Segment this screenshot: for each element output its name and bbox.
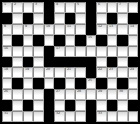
cell-r6c9 (86, 57, 96, 68)
cell-r10c5 (44, 100, 54, 111)
cell-r8c8 (75, 78, 85, 89)
cell-r5c6[interactable]: 17 (54, 46, 64, 57)
cell-r11c3[interactable] (23, 111, 33, 122)
clue-number: 10 (46, 25, 50, 28)
cell-r11c8[interactable] (75, 111, 85, 122)
cell-r6c12[interactable] (117, 57, 127, 68)
cell-r4c13[interactable] (128, 35, 138, 46)
cell-r7c4[interactable] (33, 67, 43, 78)
cell-r3c10[interactable]: 12 (96, 24, 106, 35)
cell-r9c6[interactable]: 27 (54, 89, 64, 100)
cell-r10c4[interactable] (33, 100, 43, 111)
clue-number: 12 (98, 25, 102, 28)
cell-r4c5[interactable] (44, 35, 54, 46)
clue-number: 27 (56, 90, 60, 93)
cell-r2c1 (2, 13, 12, 24)
cell-r3c13[interactable]: 14 (128, 24, 138, 35)
cell-r9c5 (44, 89, 54, 100)
cell-r9c8[interactable]: 28 (75, 89, 85, 100)
cell-r1c13[interactable] (128, 2, 138, 13)
cell-r9c1[interactable]: 26 (2, 89, 12, 100)
cell-r3c4[interactable] (33, 24, 43, 35)
clue-number: 19 (25, 68, 29, 71)
cell-r3c11[interactable]: 13 (107, 24, 117, 35)
cell-r3c6[interactable] (54, 24, 64, 35)
cell-r4c7[interactable] (65, 35, 75, 46)
cell-r10c8[interactable] (75, 100, 85, 111)
crossword-screenshot: 1234567891011121314151617181920212223242… (0, 0, 140, 124)
cell-r10c1 (2, 100, 12, 111)
cell-r7c6[interactable] (54, 67, 64, 78)
cell-r4c11[interactable] (107, 35, 117, 46)
cell-r1c2[interactable]: 2 (12, 2, 22, 13)
cell-r5c5 (44, 46, 54, 57)
cell-r7c8[interactable] (75, 67, 85, 78)
cell-r9c13[interactable] (128, 89, 138, 100)
cell-r9c10[interactable]: 29 (96, 89, 106, 100)
clue-number: 18 (4, 68, 8, 71)
cell-r6c1 (2, 57, 12, 68)
clue-number: 30 (119, 90, 123, 93)
cell-r11c4[interactable] (33, 111, 43, 122)
cell-r10c10[interactable] (96, 100, 106, 111)
cell-r4c9[interactable]: 15 (86, 35, 96, 46)
cell-r9c12[interactable]: 30 (117, 89, 127, 100)
cell-r8c10 (96, 78, 106, 89)
cell-r4c6 (54, 35, 64, 46)
cell-r6c6 (54, 57, 64, 68)
cell-r10c7 (65, 100, 75, 111)
cell-r9c9[interactable] (86, 89, 96, 100)
cell-r6c13 (128, 57, 138, 68)
cell-r10c11 (107, 100, 117, 111)
cell-r5c1[interactable]: 16 (2, 46, 12, 57)
cell-r10c3 (23, 100, 33, 111)
cell-r3c5[interactable]: 10 (44, 24, 54, 35)
cell-r5c2[interactable] (12, 46, 22, 57)
cell-r7c3[interactable]: 19 (23, 67, 33, 78)
cell-r7c13[interactable]: 24 (128, 67, 138, 78)
clue-number: 7 (119, 3, 121, 6)
cell-r8c6 (54, 78, 64, 89)
cell-r2c10[interactable] (96, 13, 106, 24)
cell-r1c11[interactable] (107, 2, 117, 13)
cell-r3c12[interactable] (117, 24, 127, 35)
cell-r11c5 (44, 111, 54, 122)
cell-r7c2[interactable] (12, 67, 22, 78)
cell-r7c9 (86, 67, 96, 78)
cell-r11c2[interactable] (12, 111, 22, 122)
cell-r2c13 (128, 13, 138, 24)
cell-r9c4[interactable] (33, 89, 43, 100)
clue-number: 6 (98, 3, 100, 6)
cell-r5c13[interactable] (128, 46, 138, 57)
cell-r3c3[interactable]: 9 (23, 24, 33, 35)
cell-r10c12[interactable] (117, 100, 127, 111)
cell-r9c2[interactable] (12, 89, 22, 100)
cell-r8c11[interactable] (107, 78, 117, 89)
cell-r11c12[interactable] (117, 111, 127, 122)
clue-number: 16 (4, 47, 8, 50)
cell-r11c6[interactable]: 32 (54, 111, 64, 122)
cell-r7c1[interactable]: 18 (2, 67, 12, 78)
cell-r4c2 (12, 35, 22, 46)
cell-r3c9 (86, 24, 96, 35)
cell-r2c7 (65, 13, 75, 24)
cell-r2c3 (23, 13, 33, 24)
clue-number: 9 (25, 25, 27, 28)
cell-r4c1[interactable] (2, 35, 12, 46)
cell-r10c9 (86, 100, 96, 111)
cell-r8c13[interactable] (128, 78, 138, 89)
cell-r1c1[interactable]: 1 (2, 2, 12, 13)
cell-r11c13[interactable] (128, 111, 138, 122)
clue-number: 4 (56, 3, 58, 6)
cell-r6c5 (44, 57, 54, 68)
cell-r8c7[interactable] (65, 78, 75, 89)
clue-number: 17 (56, 47, 60, 50)
cell-r11c7[interactable] (65, 111, 75, 122)
cell-r10c13 (128, 100, 138, 111)
cell-r8c3[interactable] (23, 78, 33, 89)
cell-r11c11[interactable] (107, 111, 117, 122)
cell-r3c1[interactable]: 8 (2, 24, 12, 35)
cell-r8c1[interactable] (2, 78, 12, 89)
cell-r9c7[interactable] (65, 89, 75, 100)
cell-r5c8[interactable] (75, 46, 85, 57)
cell-r8c5[interactable] (44, 78, 54, 89)
cell-r6c10[interactable] (96, 57, 106, 68)
cell-r8c9[interactable]: 25 (86, 78, 96, 89)
cell-r6c3 (23, 57, 33, 68)
cell-r1c3[interactable] (23, 2, 33, 13)
cell-r7c5[interactable]: 20 (44, 67, 54, 78)
cell-r1c4[interactable]: 3 (33, 2, 43, 13)
clue-number: 26 (4, 90, 8, 93)
cell-r1c8[interactable]: 5 (75, 2, 85, 13)
cell-r3c2[interactable] (12, 24, 22, 35)
clue-number: 2 (14, 3, 16, 6)
clue-number: 25 (88, 79, 92, 82)
cell-r1c6[interactable]: 4 (54, 2, 64, 13)
cell-r10c6[interactable] (54, 100, 64, 111)
cell-r6c7 (65, 57, 75, 68)
cell-r7c11[interactable]: 23 (107, 67, 117, 78)
cell-r1c7[interactable] (65, 2, 75, 13)
clue-number: 1 (4, 3, 6, 6)
clue-number: 3 (35, 3, 37, 6)
cell-r11c9 (86, 111, 96, 122)
cell-r9c11[interactable] (107, 89, 117, 100)
clue-number: 15 (88, 36, 92, 39)
cell-r7c10[interactable]: 22 (96, 67, 106, 78)
clue-number: 32 (56, 112, 60, 115)
cell-r3c8[interactable] (75, 24, 85, 35)
cell-r2c12[interactable] (117, 13, 127, 24)
cell-r7c12[interactable] (117, 67, 127, 78)
clue-number: 31 (4, 112, 8, 115)
cell-r4c4 (33, 35, 43, 46)
cell-r8c12 (117, 78, 127, 89)
cell-r5c10[interactable] (96, 46, 106, 57)
cell-r5c12[interactable] (117, 46, 127, 57)
cell-r2c2[interactable] (12, 13, 22, 24)
cell-r6c4[interactable] (33, 57, 43, 68)
cell-r11c10[interactable]: 33 (96, 111, 106, 122)
cell-r3c7[interactable]: 11 (65, 24, 75, 35)
cell-r8c4 (33, 78, 43, 89)
clue-number: 8 (4, 25, 6, 28)
cell-r5c11[interactable] (107, 46, 117, 57)
clue-number: 21 (67, 68, 71, 71)
cell-r4c3[interactable] (23, 35, 33, 46)
cell-r6c2[interactable] (12, 57, 22, 68)
cell-r2c6[interactable] (54, 13, 64, 24)
cell-r1c10[interactable]: 6 (96, 2, 106, 13)
cell-r11c1[interactable]: 31 (2, 111, 12, 122)
clue-number: 29 (98, 90, 102, 93)
cell-r1c5 (44, 2, 54, 13)
crossword-board: 1234567891011121314151617181920212223242… (2, 2, 138, 122)
clue-number: 5 (77, 3, 79, 6)
clue-number: 22 (98, 68, 102, 71)
cell-r5c9[interactable] (86, 46, 96, 57)
cell-r6c11 (107, 57, 117, 68)
cell-r8c2 (12, 78, 22, 89)
cell-r1c9 (86, 2, 96, 13)
cell-r7c7[interactable]: 21 (65, 67, 75, 78)
cell-r4c8 (75, 35, 85, 46)
cell-r5c3[interactable] (23, 46, 33, 57)
cell-r5c4[interactable] (33, 46, 43, 57)
cell-r6c8 (75, 57, 85, 68)
cell-r4c10 (96, 35, 106, 46)
cell-r1c12[interactable]: 7 (117, 2, 127, 13)
clue-number: 24 (130, 68, 134, 71)
cell-r2c5 (44, 13, 54, 24)
clue-number: 13 (109, 25, 113, 28)
clue-number: 14 (130, 25, 134, 28)
cell-r2c8[interactable] (75, 13, 85, 24)
clue-number: 11 (67, 25, 71, 28)
clue-number: 28 (77, 90, 81, 93)
clue-number: 23 (109, 68, 113, 71)
cell-r9c3[interactable] (23, 89, 33, 100)
cell-r4c12 (117, 35, 127, 46)
cell-r2c4[interactable] (33, 13, 43, 24)
cell-r2c9 (86, 13, 96, 24)
clue-number: 20 (46, 68, 50, 71)
cell-r2c11 (107, 13, 117, 24)
cell-r5c7[interactable] (65, 46, 75, 57)
cell-r10c2[interactable] (12, 100, 22, 111)
clue-number: 33 (98, 112, 102, 115)
